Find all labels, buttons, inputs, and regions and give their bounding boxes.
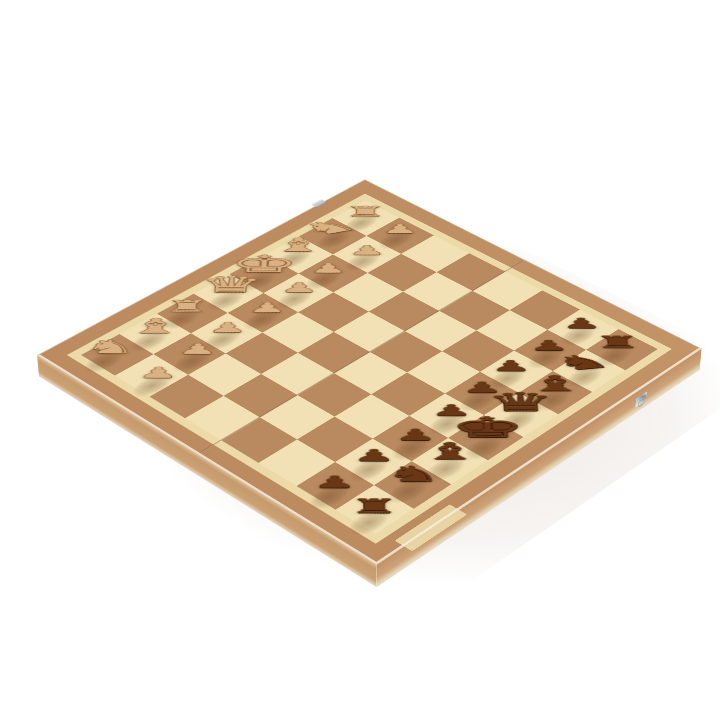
chess-set-scene: ♜♞♝♚♛♜♝♞♟♟♟♟♟♟♟♟♟♟♟♟♟♟♟♟♜♞♝♛♚♝♞♜	[0, 0, 720, 720]
chessboard: ♜♞♝♚♛♜♝♞♟♟♟♟♟♟♟♟♟♟♟♟♟♟♟♟♜♞♝♛♚♝♞♜	[37, 179, 702, 564]
product-photo-stage: ♜♞♝♚♛♜♝♞♟♟♟♟♟♟♟♟♟♟♟♟♟♟♟♟♜♞♝♛♚♝♞♜	[0, 0, 720, 720]
metal-clasp-icon	[635, 392, 647, 408]
